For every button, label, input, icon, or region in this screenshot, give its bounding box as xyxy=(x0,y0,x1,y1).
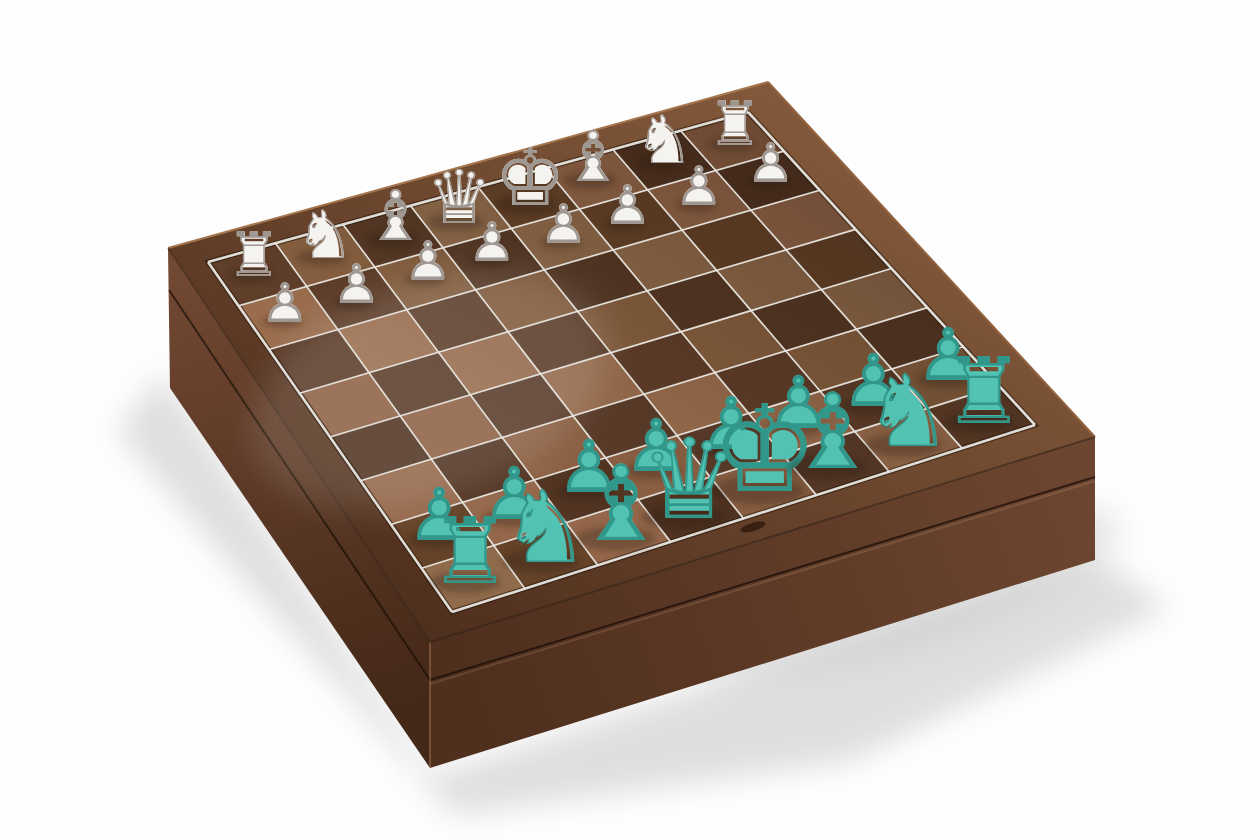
piece-white-pawn[interactable]: ♟♙ xyxy=(746,131,795,195)
piece-green-rook[interactable]: ♜♖ xyxy=(429,498,511,605)
green-piece-detail: ♖ xyxy=(943,338,1025,445)
white-piece-detail: ♙ xyxy=(746,131,795,195)
piece-white-pawn[interactable]: ♟♙ xyxy=(261,271,310,335)
green-piece-detail: ♘ xyxy=(863,353,953,470)
white-piece-detail: ♙ xyxy=(404,229,453,293)
white-piece-detail: ♙ xyxy=(539,192,588,256)
chess-scene-canvas: ♜♖♞♘♝♗♛♕♚♔♝♗♞♘♜♖♟♙♟♙♟♙♟♙♟♙♟♙♟♙♟♙♟♙♟♙♟♙♟♙… xyxy=(0,0,1260,840)
white-piece-detail: ♙ xyxy=(468,210,517,274)
piece-white-pawn[interactable]: ♟♙ xyxy=(468,210,517,274)
piece-white-pawn[interactable]: ♟♙ xyxy=(675,154,724,218)
piece-green-rook[interactable]: ♜♖ xyxy=(943,338,1025,445)
piece-white-pawn[interactable]: ♟♙ xyxy=(404,229,453,293)
product-photo-chess-set: ♜♖♞♘♝♗♛♕♚♔♝♗♞♘♜♖♟♙♟♙♟♙♟♙♟♙♟♙♟♙♟♙♟♙♟♙♟♙♟♙… xyxy=(0,0,1260,840)
white-piece-detail: ♙ xyxy=(261,271,310,335)
white-piece-detail: ♙ xyxy=(332,252,381,316)
piece-white-pawn[interactable]: ♟♙ xyxy=(332,252,381,316)
piece-green-knight[interactable]: ♞♘ xyxy=(863,353,953,470)
white-piece-detail: ♙ xyxy=(675,154,724,218)
green-piece-detail: ♖ xyxy=(429,498,511,605)
piece-white-pawn[interactable]: ♟♙ xyxy=(539,192,588,256)
white-piece-detail: ♙ xyxy=(603,173,652,237)
piece-white-pawn[interactable]: ♟♙ xyxy=(603,173,652,237)
